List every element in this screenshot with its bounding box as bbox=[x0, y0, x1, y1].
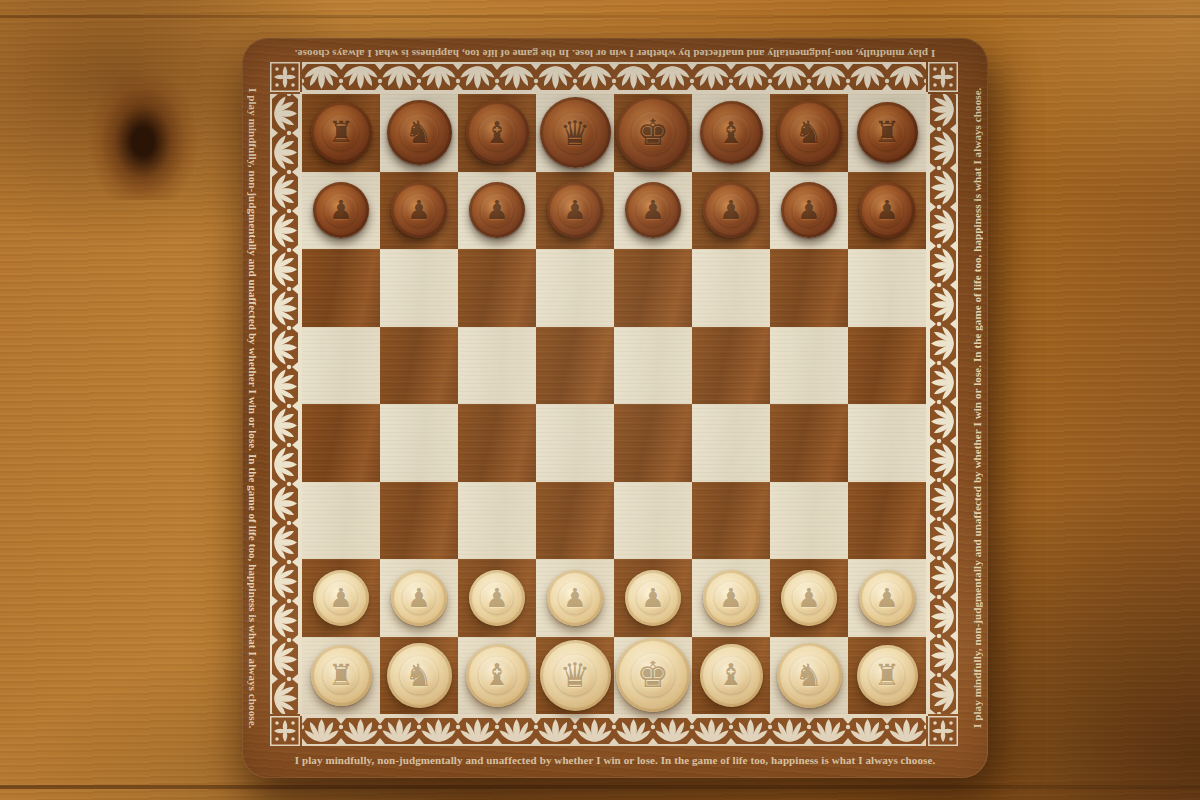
square-c5[interactable] bbox=[458, 327, 536, 405]
white-pawn[interactable]: ♟ bbox=[859, 570, 915, 626]
square-b1[interactable]: ♞ bbox=[380, 637, 458, 715]
black-knight[interactable]: ♞ bbox=[777, 100, 842, 165]
white-pawn[interactable]: ♟ bbox=[781, 570, 837, 626]
square-a5[interactable] bbox=[302, 327, 380, 405]
square-c2[interactable]: ♟ bbox=[458, 559, 536, 637]
rook-glyph-icon: ♜ bbox=[874, 661, 900, 690]
square-h7[interactable]: ♟ bbox=[848, 172, 926, 250]
lotus-border-right bbox=[928, 94, 958, 714]
black-pawn[interactable]: ♟ bbox=[859, 182, 915, 238]
pawn-glyph-icon: ♟ bbox=[485, 197, 508, 223]
black-rook[interactable]: ♜ bbox=[857, 102, 918, 163]
square-d2[interactable]: ♟ bbox=[536, 559, 614, 637]
mantra-text-right: I play mindfully, non-judgmentally and u… bbox=[967, 56, 987, 760]
square-b3[interactable] bbox=[380, 482, 458, 560]
pawn-glyph-icon: ♟ bbox=[563, 197, 586, 223]
square-c4[interactable] bbox=[458, 404, 536, 482]
pawn-glyph-icon: ♟ bbox=[797, 197, 820, 223]
white-queen[interactable]: ♛ bbox=[540, 640, 611, 711]
wood-knot bbox=[88, 70, 198, 200]
pawn-glyph-icon: ♟ bbox=[875, 585, 898, 611]
square-b2[interactable]: ♟ bbox=[380, 559, 458, 637]
pawn-glyph-icon: ♟ bbox=[407, 585, 430, 611]
pawn-glyph-icon: ♟ bbox=[485, 585, 508, 611]
mantra-text-bottom: I play mindfully, non-judgmentally and u… bbox=[262, 751, 968, 769]
square-g2[interactable]: ♟ bbox=[770, 559, 848, 637]
square-e1[interactable]: ♚ bbox=[614, 637, 692, 715]
square-d3[interactable] bbox=[536, 482, 614, 560]
square-g7[interactable]: ♟ bbox=[770, 172, 848, 250]
pawn-glyph-icon: ♟ bbox=[329, 585, 352, 611]
lotus-border-bottom bbox=[302, 716, 926, 746]
white-pawn[interactable]: ♟ bbox=[469, 570, 525, 626]
square-c6[interactable] bbox=[458, 249, 536, 327]
white-pawn[interactable]: ♟ bbox=[547, 570, 603, 626]
square-f4[interactable] bbox=[692, 404, 770, 482]
black-king[interactable]: ♚ bbox=[616, 96, 690, 170]
black-pawn[interactable]: ♟ bbox=[547, 182, 603, 238]
square-d8[interactable]: ♛ bbox=[536, 94, 614, 172]
square-a2[interactable]: ♟ bbox=[302, 559, 380, 637]
mantra-text-top: I play mindfully, non-judgmentally and u… bbox=[262, 45, 968, 63]
bishop-glyph-icon: ♝ bbox=[718, 660, 745, 690]
knight-glyph-icon: ♞ bbox=[405, 660, 433, 691]
white-rook[interactable]: ♜ bbox=[857, 645, 918, 706]
lotus-corner-top-left bbox=[270, 62, 300, 92]
square-a3[interactable] bbox=[302, 482, 380, 560]
square-e2[interactable]: ♟ bbox=[614, 559, 692, 637]
lotus-border-top bbox=[302, 62, 926, 92]
black-pawn[interactable]: ♟ bbox=[625, 182, 681, 238]
square-f3[interactable] bbox=[692, 482, 770, 560]
white-bishop[interactable]: ♝ bbox=[700, 644, 763, 707]
square-d5[interactable] bbox=[536, 327, 614, 405]
pawn-glyph-icon: ♟ bbox=[641, 197, 664, 223]
square-f5[interactable] bbox=[692, 327, 770, 405]
square-g4[interactable] bbox=[770, 404, 848, 482]
square-c1[interactable]: ♝ bbox=[458, 637, 536, 715]
lotus-border-left bbox=[270, 94, 300, 714]
square-e6[interactable] bbox=[614, 249, 692, 327]
king-glyph-icon: ♚ bbox=[637, 657, 669, 693]
knight-glyph-icon: ♞ bbox=[405, 117, 433, 148]
square-e5[interactable] bbox=[614, 327, 692, 405]
pawn-glyph-icon: ♟ bbox=[719, 197, 742, 223]
table-plank-seam-top bbox=[0, 15, 1200, 18]
square-e3[interactable] bbox=[614, 482, 692, 560]
chess-board: I play mindfully, non-judgmentally and u… bbox=[242, 38, 988, 778]
bishop-glyph-icon: ♝ bbox=[484, 118, 511, 148]
pawn-glyph-icon: ♟ bbox=[875, 197, 898, 223]
square-b4[interactable] bbox=[380, 404, 458, 482]
bishop-glyph-icon: ♝ bbox=[718, 118, 745, 148]
pawn-glyph-icon: ♟ bbox=[641, 585, 664, 611]
black-pawn[interactable]: ♟ bbox=[703, 182, 759, 238]
square-a8[interactable]: ♜ bbox=[302, 94, 380, 172]
square-f7[interactable]: ♟ bbox=[692, 172, 770, 250]
square-a6[interactable] bbox=[302, 249, 380, 327]
square-h6[interactable] bbox=[848, 249, 926, 327]
square-b8[interactable]: ♞ bbox=[380, 94, 458, 172]
square-g1[interactable]: ♞ bbox=[770, 637, 848, 715]
square-h5[interactable] bbox=[848, 327, 926, 405]
black-bishop[interactable]: ♝ bbox=[700, 101, 763, 164]
square-d6[interactable] bbox=[536, 249, 614, 327]
rook-glyph-icon: ♜ bbox=[328, 118, 354, 147]
white-knight[interactable]: ♞ bbox=[387, 643, 452, 708]
pawn-glyph-icon: ♟ bbox=[797, 585, 820, 611]
black-pawn[interactable]: ♟ bbox=[313, 182, 369, 238]
queen-glyph-icon: ♛ bbox=[560, 116, 590, 150]
square-f2[interactable]: ♟ bbox=[692, 559, 770, 637]
queen-glyph-icon: ♛ bbox=[560, 658, 590, 692]
white-knight[interactable]: ♞ bbox=[777, 643, 842, 708]
black-rook[interactable]: ♜ bbox=[311, 102, 372, 163]
lotus-corner-bottom-right bbox=[928, 716, 958, 746]
square-f8[interactable]: ♝ bbox=[692, 94, 770, 172]
pawn-glyph-icon: ♟ bbox=[329, 197, 352, 223]
square-a7[interactable]: ♟ bbox=[302, 172, 380, 250]
pawn-glyph-icon: ♟ bbox=[407, 197, 430, 223]
black-queen[interactable]: ♛ bbox=[540, 97, 611, 168]
pawn-glyph-icon: ♟ bbox=[563, 585, 586, 611]
black-knight[interactable]: ♞ bbox=[387, 100, 452, 165]
square-c3[interactable] bbox=[458, 482, 536, 560]
lotus-corner-bottom-left bbox=[270, 716, 300, 746]
square-d7[interactable]: ♟ bbox=[536, 172, 614, 250]
white-pawn[interactable]: ♟ bbox=[313, 570, 369, 626]
rook-glyph-icon: ♜ bbox=[874, 118, 900, 147]
knight-glyph-icon: ♞ bbox=[795, 117, 823, 148]
square-d1[interactable]: ♛ bbox=[536, 637, 614, 715]
square-b7[interactable]: ♟ bbox=[380, 172, 458, 250]
pawn-glyph-icon: ♟ bbox=[719, 585, 742, 611]
white-bishop[interactable]: ♝ bbox=[466, 644, 529, 707]
table-plank-seam-bottom bbox=[0, 785, 1200, 789]
black-pawn[interactable]: ♟ bbox=[781, 182, 837, 238]
square-c8[interactable]: ♝ bbox=[458, 94, 536, 172]
bishop-glyph-icon: ♝ bbox=[484, 660, 511, 690]
square-a1[interactable]: ♜ bbox=[302, 637, 380, 715]
white-pawn[interactable]: ♟ bbox=[391, 570, 447, 626]
square-a4[interactable] bbox=[302, 404, 380, 482]
square-e8[interactable]: ♚ bbox=[614, 94, 692, 172]
square-b5[interactable] bbox=[380, 327, 458, 405]
white-king[interactable]: ♚ bbox=[616, 638, 690, 712]
square-g6[interactable] bbox=[770, 249, 848, 327]
black-bishop[interactable]: ♝ bbox=[466, 101, 529, 164]
square-e7[interactable]: ♟ bbox=[614, 172, 692, 250]
board-grid: ♜♞♝♛♚♝♞♜♟♟♟♟♟♟♟♟♟♟♟♟♟♟♟♟♜♞♝♛♚♝♞♜ bbox=[302, 94, 926, 714]
square-e4[interactable] bbox=[614, 404, 692, 482]
white-rook[interactable]: ♜ bbox=[311, 645, 372, 706]
rook-glyph-icon: ♜ bbox=[328, 661, 354, 690]
king-glyph-icon: ♚ bbox=[637, 115, 669, 151]
mantra-text-left: I play mindfully, non-judgmentally and u… bbox=[243, 56, 263, 760]
square-b6[interactable] bbox=[380, 249, 458, 327]
lotus-corner-top-right bbox=[928, 62, 958, 92]
knight-glyph-icon: ♞ bbox=[795, 660, 823, 691]
square-f6[interactable] bbox=[692, 249, 770, 327]
square-h8[interactable]: ♜ bbox=[848, 94, 926, 172]
black-pawn[interactable]: ♟ bbox=[469, 182, 525, 238]
square-h3[interactable] bbox=[848, 482, 926, 560]
square-g3[interactable] bbox=[770, 482, 848, 560]
white-pawn[interactable]: ♟ bbox=[703, 570, 759, 626]
square-c7[interactable]: ♟ bbox=[458, 172, 536, 250]
square-g5[interactable] bbox=[770, 327, 848, 405]
square-d4[interactable] bbox=[536, 404, 614, 482]
white-pawn[interactable]: ♟ bbox=[625, 570, 681, 626]
square-g8[interactable]: ♞ bbox=[770, 94, 848, 172]
square-h4[interactable] bbox=[848, 404, 926, 482]
square-h2[interactable]: ♟ bbox=[848, 559, 926, 637]
square-h1[interactable]: ♜ bbox=[848, 637, 926, 715]
black-pawn[interactable]: ♟ bbox=[391, 182, 447, 238]
square-f1[interactable]: ♝ bbox=[692, 637, 770, 715]
